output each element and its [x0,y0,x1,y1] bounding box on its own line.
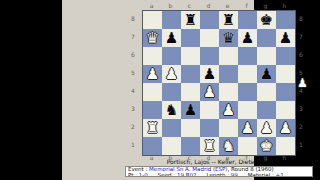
square-e3[interactable]: ♟ [219,101,238,119]
piece-white-rook: ♜ [146,120,159,135]
square-g4[interactable] [257,83,276,101]
square-e1[interactable]: ♞ [219,137,238,155]
rank-label-1: 1 [126,136,140,154]
file-label-g: g [256,2,275,9]
piece-white-pawn: ♟ [241,120,254,135]
square-d1[interactable]: ♜ [200,137,219,155]
square-b3[interactable]: ♞ [162,101,181,119]
rank-label-2: 2 [294,118,308,136]
piece-black-pawn: ♟ [260,66,273,81]
square-h1[interactable] [276,137,295,155]
square-h3[interactable] [276,101,295,119]
file-label-b: b [161,2,180,9]
square-f6[interactable] [238,47,257,65]
piece-black-pawn: ♟ [165,30,178,45]
square-e8[interactable]: ♜ [219,11,238,29]
square-d3[interactable] [200,101,219,119]
square-b4[interactable] [162,83,181,101]
square-a4[interactable] [143,83,162,101]
square-h4[interactable] [276,83,295,101]
side-to-move-indicator: ♟ [297,77,308,90]
square-g2[interactable]: ♟ [257,119,276,137]
chess-board: ♜♜♚♛♟♛♟♟♟♟♟♟♟♞♟♟♜♟♟♟♜♞♚ [142,10,296,156]
stat-item: Seed : 19.R02 [158,173,197,178]
square-b6[interactable] [162,47,181,65]
square-f4[interactable] [238,83,257,101]
piece-white-pawn: ♟ [279,120,292,135]
square-d6[interactable] [200,47,219,65]
square-a3[interactable] [143,101,162,119]
square-c1[interactable] [181,137,200,155]
rank-label-2: 2 [126,118,140,136]
square-d5[interactable]: ♟ [200,65,219,83]
square-a6[interactable] [143,47,162,65]
square-h5[interactable] [276,65,295,83]
square-f7[interactable]: ♟ [238,29,257,47]
square-f2[interactable]: ♟ [238,119,257,137]
square-b2[interactable] [162,119,181,137]
piece-black-pawn: ♟ [184,102,197,117]
rank-label-7: 7 [294,28,308,46]
piece-black-queen: ♛ [222,30,235,45]
rank-label-7: 7 [126,28,140,46]
square-d2[interactable] [200,119,219,137]
piece-black-pawn: ♟ [203,66,216,81]
square-a2[interactable]: ♜ [143,119,162,137]
video-frame: abcdefgh abcdefgh 87654321 87654321 ♜♜♚♛… [0,0,320,180]
piece-white-queen: ♛ [146,30,159,45]
piece-white-king: ♚ [260,138,273,153]
piece-black-pawn: ♟ [279,30,292,45]
rank-label-3: 3 [294,100,308,118]
square-f3[interactable] [238,101,257,119]
square-d4[interactable]: ♟ [200,83,219,101]
piece-white-rook: ♜ [203,138,216,153]
file-label-h: h [275,2,294,9]
square-b8[interactable] [162,11,181,29]
piece-white-pawn: ♟ [203,84,216,99]
square-f8[interactable] [238,11,257,29]
stat-item: Pt : 1-0 [128,173,148,178]
piece-black-rook: ♜ [222,12,235,27]
stat-item: Length : 99 [207,173,238,178]
piece-white-pawn: ♟ [222,102,235,117]
piece-white-pawn: ♟ [165,66,178,81]
chess-app-panel: abcdefgh abcdefgh 87654321 87654321 ♜♜♚♛… [62,0,254,180]
square-d7[interactable] [200,29,219,47]
piece-black-king: ♚ [260,12,273,27]
square-c6[interactable] [181,47,200,65]
rank-label-3: 3 [126,100,140,118]
piece-black-rook: ♜ [184,12,197,27]
square-h7[interactable]: ♟ [276,29,295,47]
square-d8[interactable] [200,11,219,29]
square-g7[interactable] [257,29,276,47]
piece-white-pawn: ♟ [260,120,273,135]
square-e6[interactable] [219,47,238,65]
square-g6[interactable] [257,47,276,65]
file-label-c: c [180,2,199,9]
rank-label-8: 8 [294,10,308,28]
square-c4[interactable] [181,83,200,101]
square-g8[interactable]: ♚ [257,11,276,29]
square-e4[interactable] [219,83,238,101]
square-c2[interactable] [181,119,200,137]
file-label-e: e [218,2,237,9]
square-b1[interactable] [162,137,181,155]
rank-label-4: 4 [126,82,140,100]
square-g5[interactable]: ♟ [257,65,276,83]
players-caption: Portisch, Lajos -- Keller, Dieter (1-0) [124,158,316,165]
stats-line: Pt : 1-0Seed : 19.R02Length : 99Material… [128,173,310,178]
rank-label-1: 1 [294,136,308,154]
square-e2[interactable] [219,119,238,137]
square-f5[interactable] [238,65,257,83]
square-b5[interactable]: ♟ [162,65,181,83]
stat-item: Material : +1 [248,173,284,178]
square-c3[interactable]: ♟ [181,101,200,119]
rank-label-5: 5 [126,64,140,82]
square-g1[interactable]: ♚ [257,137,276,155]
square-h6[interactable] [276,47,295,65]
game-info-box: Event : Memorial Sn A. Madrid (ESP), Rou… [125,166,313,177]
square-a7[interactable]: ♛ [143,29,162,47]
square-h8[interactable] [276,11,295,29]
square-a5[interactable]: ♟ [143,65,162,83]
rank-label-6: 6 [294,46,308,64]
file-label-d: d [199,2,218,9]
file-label-a: a [142,2,161,9]
square-a1[interactable] [143,137,162,155]
square-b7[interactable]: ♟ [162,29,181,47]
piece-white-knight: ♞ [222,138,235,153]
square-c7[interactable] [181,29,200,47]
square-c8[interactable]: ♜ [181,11,200,29]
rank-label-8: 8 [126,10,140,28]
square-e7[interactable]: ♛ [219,29,238,47]
square-f1[interactable] [238,137,257,155]
pillarbox-left [0,0,62,180]
piece-black-knight: ♞ [165,102,178,117]
file-labels-top: abcdefgh [142,2,294,9]
rank-labels-left: 87654321 [126,10,140,154]
square-e5[interactable] [219,65,238,83]
square-h2[interactable]: ♟ [276,119,295,137]
piece-white-pawn: ♟ [146,66,159,81]
rank-label-6: 6 [126,46,140,64]
square-g3[interactable] [257,101,276,119]
piece-black-pawn: ♟ [241,30,254,45]
square-a8[interactable] [143,11,162,29]
file-label-f: f [237,2,256,9]
square-c5[interactable] [181,65,200,83]
